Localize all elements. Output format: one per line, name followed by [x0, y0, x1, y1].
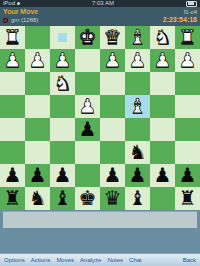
square-b1[interactable]: ♞	[150, 26, 175, 49]
piece-white-queen: ♛	[104, 26, 122, 49]
square-e8[interactable]: ♚	[75, 187, 100, 210]
square-e2[interactable]	[75, 49, 100, 72]
square-c8[interactable]: ♝	[125, 187, 150, 210]
square-c5[interactable]	[125, 118, 150, 141]
last-move-label: f1-c4	[184, 9, 197, 15]
square-e6[interactable]	[75, 141, 100, 164]
piece-black-pawn: ♟	[179, 164, 197, 187]
bottom-toolbar: OptionsActionsMovesAnalyzeNotesChat Back	[0, 253, 200, 266]
square-e3[interactable]	[75, 72, 100, 95]
square-b8[interactable]	[150, 187, 175, 210]
turn-indicator: Your Move	[3, 8, 38, 15]
status-bar: iPod 7:03 AM	[0, 0, 200, 7]
square-g3[interactable]	[25, 72, 50, 95]
piece-black-rook: ♜	[4, 187, 22, 210]
piece-black-pawn: ♟	[129, 164, 147, 187]
square-h8[interactable]: ♜	[0, 187, 25, 210]
status-time: 7:03 AM	[20, 0, 186, 7]
piece-white-knight: ♞	[154, 26, 172, 49]
square-c6[interactable]: ♞	[125, 141, 150, 164]
piece-white-bishop: ♝	[129, 95, 147, 118]
square-h6[interactable]	[0, 141, 25, 164]
piece-black-pawn: ♟	[29, 164, 47, 187]
square-e4[interactable]: ♟	[75, 95, 100, 118]
square-b6[interactable]	[150, 141, 175, 164]
square-b3[interactable]	[150, 72, 175, 95]
piece-white-king: ♚	[79, 26, 97, 49]
square-c2[interactable]: ♟	[125, 49, 150, 72]
square-g7[interactable]: ♟	[25, 164, 50, 187]
square-b4[interactable]	[150, 95, 175, 118]
square-f1[interactable]	[50, 26, 75, 49]
square-f5[interactable]	[50, 118, 75, 141]
piece-black-pawn: ♟	[79, 118, 97, 141]
piece-white-knight: ♞	[54, 72, 72, 95]
square-c1[interactable]: ♝	[125, 26, 150, 49]
piece-black-queen: ♛	[104, 187, 122, 210]
opponent-name: gm (1288)	[11, 17, 38, 23]
piece-black-bishop: ♝	[129, 187, 147, 210]
last-move-origin-marker	[58, 33, 67, 42]
piece-black-bishop: ♝	[54, 187, 72, 210]
square-e1[interactable]: ♚	[75, 26, 100, 49]
square-d6[interactable]	[100, 141, 125, 164]
square-f4[interactable]	[50, 95, 75, 118]
chess-board: ♜♚♛♝♞♜♟♟♟♟♟♟♟♞♟♝♟♞♟♟♟♟♟♟♟♜♞♝♚♛♝♜	[0, 26, 200, 210]
square-f8[interactable]: ♝	[50, 187, 75, 210]
square-d2[interactable]: ♟	[100, 49, 125, 72]
square-a1[interactable]: ♜	[175, 26, 200, 49]
square-d7[interactable]: ♟	[100, 164, 125, 187]
square-g6[interactable]	[25, 141, 50, 164]
piece-white-pawn: ♟	[179, 49, 197, 72]
square-g5[interactable]	[25, 118, 50, 141]
square-b7[interactable]: ♟	[150, 164, 175, 187]
square-g1[interactable]	[25, 26, 50, 49]
piece-black-rook: ♜	[179, 187, 197, 210]
square-h2[interactable]: ♟	[0, 49, 25, 72]
square-h4[interactable]	[0, 95, 25, 118]
square-g2[interactable]: ♟	[25, 49, 50, 72]
back-button[interactable]: Back	[183, 257, 196, 263]
toolbar-options-button[interactable]: Options	[4, 257, 25, 263]
square-e5[interactable]: ♟	[75, 118, 100, 141]
square-a2[interactable]: ♟	[175, 49, 200, 72]
toolbar-actions-button[interactable]: Actions	[31, 257, 51, 263]
toolbar-chat-button[interactable]: Chat	[129, 257, 142, 263]
square-d3[interactable]	[100, 72, 125, 95]
piece-white-pawn: ♟	[129, 49, 147, 72]
piece-white-pawn: ♟	[154, 49, 172, 72]
square-a8[interactable]: ♜	[175, 187, 200, 210]
piece-black-pawn: ♟	[54, 164, 72, 187]
square-a7[interactable]: ♟	[175, 164, 200, 187]
square-a5[interactable]	[175, 118, 200, 141]
piece-white-rook: ♜	[4, 26, 22, 49]
piece-white-pawn: ♟	[104, 49, 122, 72]
piece-white-pawn: ♟	[4, 49, 22, 72]
square-a3[interactable]	[175, 72, 200, 95]
square-h5[interactable]	[0, 118, 25, 141]
toolbar-items: OptionsActionsMovesAnalyzeNotesChat	[4, 257, 142, 263]
piece-black-king: ♚	[79, 187, 97, 210]
piece-black-knight: ♞	[129, 141, 147, 164]
battery-icon	[186, 1, 197, 7]
piece-white-rook: ♜	[179, 26, 197, 49]
square-b5[interactable]	[150, 118, 175, 141]
square-c3[interactable]	[125, 72, 150, 95]
square-d8[interactable]: ♛	[100, 187, 125, 210]
piece-black-knight: ♞	[29, 187, 47, 210]
square-d1[interactable]: ♛	[100, 26, 125, 49]
square-f7[interactable]: ♟	[50, 164, 75, 187]
toolbar-moves-button[interactable]: Moves	[56, 257, 74, 263]
square-f2[interactable]: ♟	[50, 49, 75, 72]
square-f3[interactable]: ♞	[50, 72, 75, 95]
piece-black-pawn: ♟	[154, 164, 172, 187]
piece-white-pawn: ♟	[54, 49, 72, 72]
piece-black-pawn: ♟	[4, 164, 22, 187]
carrier-label: iPod	[3, 0, 15, 7]
piece-white-bishop: ♝	[129, 26, 147, 49]
square-h1[interactable]: ♜	[0, 26, 25, 49]
square-b2[interactable]: ♟	[150, 49, 175, 72]
square-c7[interactable]: ♟	[125, 164, 150, 187]
square-f6[interactable]	[50, 141, 75, 164]
square-h3[interactable]	[0, 72, 25, 95]
piece-white-pawn: ♟	[79, 95, 97, 118]
square-d4[interactable]	[100, 95, 125, 118]
info-panel	[3, 211, 197, 228]
piece-black-pawn: ♟	[104, 164, 122, 187]
square-a4[interactable]	[175, 95, 200, 118]
square-h7[interactable]: ♟	[0, 164, 25, 187]
square-g8[interactable]: ♞	[25, 187, 50, 210]
square-a6[interactable]	[175, 141, 200, 164]
square-d5[interactable]	[100, 118, 125, 141]
time-remaining: 2:23:54:18	[163, 16, 197, 23]
square-e7[interactable]	[75, 164, 100, 187]
square-g4[interactable]	[25, 95, 50, 118]
square-c4[interactable]: ♝	[125, 95, 150, 118]
toolbar-analyze-button[interactable]: Analyze	[80, 257, 101, 263]
piece-white-pawn: ♟	[29, 49, 47, 72]
toolbar-notes-button[interactable]: Notes	[107, 257, 123, 263]
player-status-icon	[3, 18, 8, 23]
game-header: Your Move f1-c4 gm (1288) 2:23:54:18	[0, 7, 200, 26]
